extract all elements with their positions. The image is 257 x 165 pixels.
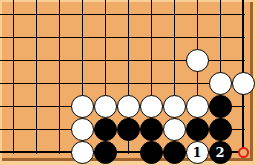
stone-white: [186, 95, 209, 118]
stone-white: [163, 95, 186, 118]
marked-point-red-circle-icon: [238, 147, 249, 158]
stone-white: [71, 95, 94, 118]
stone-black: [94, 141, 117, 164]
stone-black: [117, 118, 140, 141]
stone-black: [163, 141, 186, 164]
stone-black: [94, 118, 117, 141]
move-number-label: 1: [192, 146, 201, 159]
stone-black: [186, 118, 209, 141]
stone-white: [232, 72, 255, 95]
go-board-surface: 12: [2, 2, 253, 161]
move-number-label: 2: [215, 146, 224, 159]
grid-line-vertical: [59, 0, 60, 154]
stone-white: [71, 118, 94, 141]
grid-line-horizontal: [0, 83, 245, 84]
stone-white: 1: [186, 141, 209, 164]
stone-black: [140, 141, 163, 164]
stone-white: [94, 95, 117, 118]
stone-black: 2: [209, 141, 232, 164]
stone-black: [209, 118, 232, 141]
stone-white: [140, 95, 163, 118]
stone-white: [117, 95, 140, 118]
stone-white: [209, 72, 232, 95]
stone-white: [186, 49, 209, 72]
grid-line-vertical: [13, 0, 14, 154]
stone-black: [209, 95, 232, 118]
stone-white: [163, 118, 186, 141]
stone-black: [140, 118, 163, 141]
grid-line-horizontal: [0, 37, 245, 38]
stone-white: [71, 141, 94, 164]
grid-line-vertical: [36, 0, 37, 154]
grid-line-horizontal: [0, 14, 245, 15]
go-diagram: 12: [0, 0, 257, 165]
